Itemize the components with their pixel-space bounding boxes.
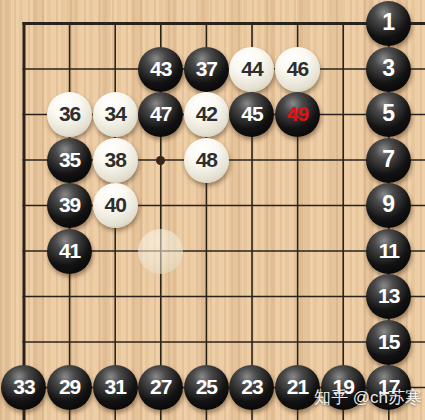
stone-white-34[interactable]: 34 <box>93 92 138 137</box>
stone-black-33[interactable]: 33 <box>1 365 46 410</box>
move-number: 34 <box>104 103 125 124</box>
stone-black-29[interactable]: 29 <box>47 365 92 410</box>
stone-black-7[interactable]: 7 <box>366 138 411 183</box>
stone-white-38[interactable]: 38 <box>93 138 138 183</box>
move-number: 44 <box>241 58 262 79</box>
move-number: 21 <box>287 376 308 397</box>
stone-white-36[interactable]: 36 <box>47 92 92 137</box>
move-number: 41 <box>59 240 80 261</box>
stone-black-47[interactable]: 47 <box>138 92 183 137</box>
stone-white-46[interactable]: 46 <box>275 47 320 92</box>
stone-black-35[interactable]: 35 <box>47 138 92 183</box>
stone-black-15[interactable]: 15 <box>366 320 411 365</box>
move-number: 13 <box>378 285 399 306</box>
stone-black-37[interactable]: 37 <box>184 47 229 92</box>
stone-black-3[interactable]: 3 <box>366 47 411 92</box>
move-number: 5 <box>382 102 395 125</box>
move-number: 31 <box>104 376 125 397</box>
move-number: 1 <box>382 11 395 34</box>
stone-black-27[interactable]: 27 <box>138 365 183 410</box>
stone-black-23[interactable]: 23 <box>229 365 274 410</box>
go-board[interactable]: 1357911131517192123252731293343374446363… <box>1 1 411 411</box>
move-number: 38 <box>104 149 125 170</box>
ghost-stone[interactable] <box>138 229 183 274</box>
move-number: 11 <box>379 240 399 261</box>
move-number: 48 <box>196 149 217 170</box>
move-number: 33 <box>13 376 34 397</box>
move-number: 15 <box>378 331 399 352</box>
stone-black-45[interactable]: 45 <box>229 92 274 137</box>
move-number: 49 <box>287 103 308 124</box>
watermark: 知乎 @ch苏寒 <box>314 386 422 409</box>
move-number: 46 <box>287 58 308 79</box>
move-number: 47 <box>150 103 171 124</box>
stone-black-5[interactable]: 5 <box>366 92 411 137</box>
move-number: 23 <box>241 376 262 397</box>
stone-white-44[interactable]: 44 <box>229 47 274 92</box>
stone-white-48[interactable]: 48 <box>184 138 229 183</box>
go-diagram: 1357911131517192123252731293343374446363… <box>0 0 425 420</box>
move-number: 40 <box>104 194 125 215</box>
move-number: 3 <box>382 57 395 80</box>
stone-white-42[interactable]: 42 <box>184 92 229 137</box>
move-number: 45 <box>241 103 262 124</box>
stone-black-9[interactable]: 9 <box>366 183 411 228</box>
stone-white-40[interactable]: 40 <box>93 183 138 228</box>
star-point <box>156 156 165 165</box>
stone-black-1[interactable]: 1 <box>366 1 411 46</box>
move-number: 25 <box>196 376 217 397</box>
move-number: 27 <box>150 376 171 397</box>
stone-black-39[interactable]: 39 <box>47 183 92 228</box>
move-number: 43 <box>150 58 171 79</box>
move-number: 39 <box>59 194 80 215</box>
stone-black-25[interactable]: 25 <box>184 365 229 410</box>
stone-black-49[interactable]: 49 <box>275 92 320 137</box>
move-number: 7 <box>382 148 395 171</box>
move-number: 29 <box>59 376 80 397</box>
move-number: 37 <box>196 58 217 79</box>
stone-black-11[interactable]: 11 <box>366 229 411 274</box>
stone-black-41[interactable]: 41 <box>47 229 92 274</box>
move-number: 35 <box>59 149 80 170</box>
move-number: 42 <box>196 103 217 124</box>
move-number: 36 <box>59 103 80 124</box>
move-number: 9 <box>382 193 395 216</box>
stone-black-13[interactable]: 13 <box>366 274 411 319</box>
stone-black-31[interactable]: 31 <box>93 365 138 410</box>
stone-black-43[interactable]: 43 <box>138 47 183 92</box>
